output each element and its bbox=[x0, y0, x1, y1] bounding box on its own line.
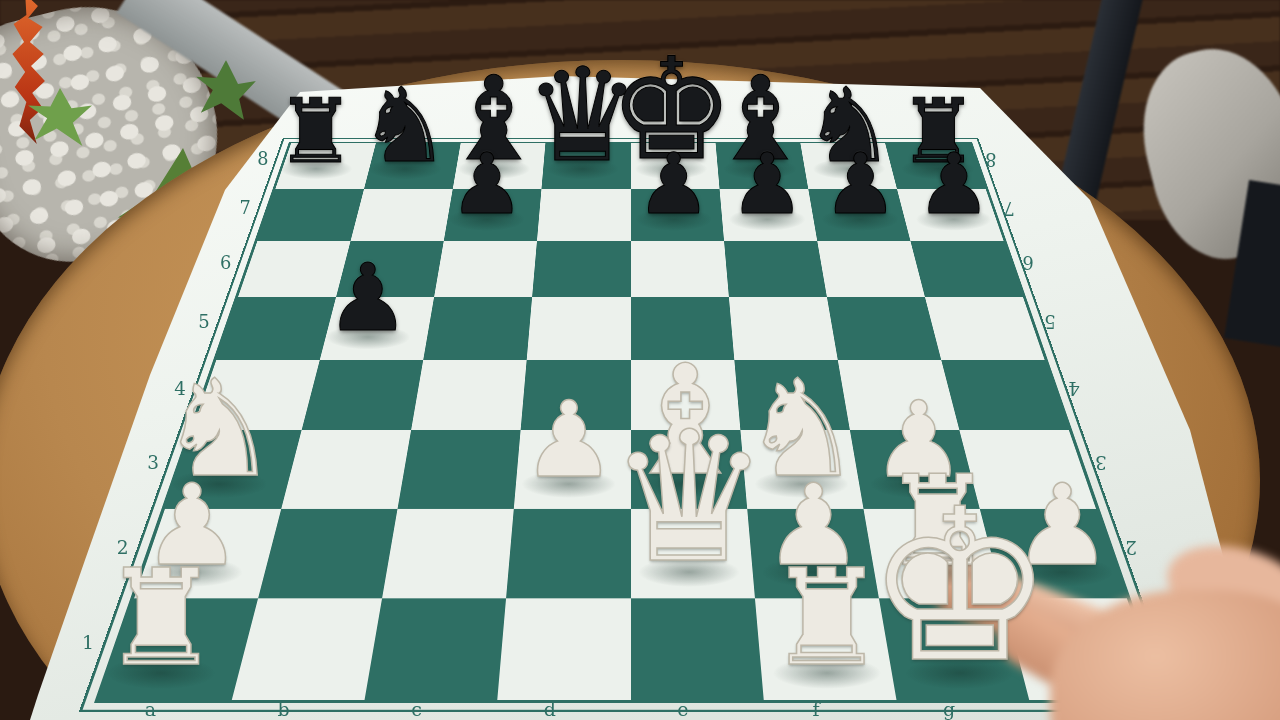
black-pawn-g7[interactable]: ♟ bbox=[823, 142, 898, 226]
black-pawn-c7[interactable]: ♟ bbox=[449, 142, 524, 226]
white-rook-a1[interactable]: ♜ bbox=[101, 551, 220, 684]
black-pawn-b5[interactable]: ♟ bbox=[326, 251, 410, 344]
black-pawn-h7[interactable]: ♟ bbox=[916, 142, 991, 226]
white-king-g1[interactable]: ♚ bbox=[866, 482, 1055, 692]
black-pawn-f7[interactable]: ♟ bbox=[729, 142, 804, 226]
black-rook-a8[interactable]: ♜ bbox=[276, 87, 356, 176]
white-pawn-d3[interactable]: ♟ bbox=[522, 388, 616, 493]
photo-scene: abcdefgh1122334455667788 ♜♞♝♛♚♝♞♜♟♟♟♟♟♟♞… bbox=[0, 0, 1280, 720]
black-knight-b8[interactable]: ♞ bbox=[359, 75, 451, 177]
black-pawn-e7[interactable]: ♟ bbox=[636, 142, 711, 226]
white-queen-e2[interactable]: ♛ bbox=[608, 408, 770, 588]
